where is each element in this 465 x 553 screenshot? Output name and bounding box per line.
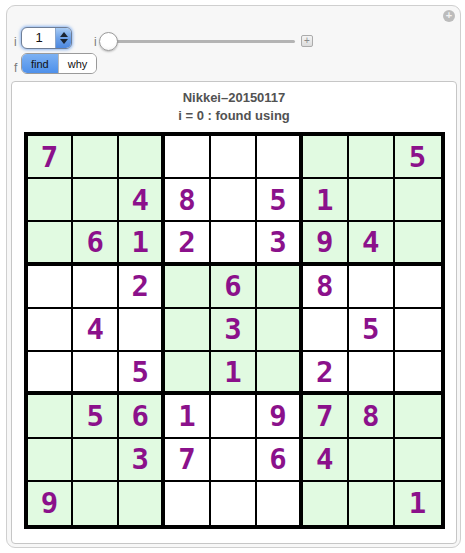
stepper-label: i [14,35,17,49]
sudoku-cell-r3c1 [28,222,74,265]
sudoku-cell-r5c5: 3 [211,309,257,352]
sudoku-cell-r1c3 [119,136,165,179]
why-button[interactable]: why [58,54,97,73]
sudoku-cell-r1c8 [349,136,395,179]
stepper-value: 1 [22,28,56,48]
slider-expand-button[interactable]: + [301,35,313,47]
sudoku-cell-r3c7: 9 [303,222,349,265]
sudoku-cell-r6c4 [165,352,211,395]
sudoku-cell-r3c5 [211,222,257,265]
sudoku-cell-r8c5 [211,439,257,482]
sudoku-cell-r4c2 [73,266,119,309]
sudoku-cell-r3c4: 2 [165,222,211,265]
sudoku-cell-r2c4: 8 [165,179,211,222]
slider-track[interactable] [101,40,295,43]
sudoku-cell-r6c6 [257,352,303,395]
toggle-label: f [14,61,17,75]
sudoku-cell-r6c9 [395,352,441,395]
slider-label: i [94,35,97,49]
sudoku-cell-r1c9: 5 [395,136,441,179]
sudoku-cell-r9c8 [349,482,395,525]
sudoku-cell-r2c7: 1 [303,179,349,222]
sudoku-cell-r3c9 [395,222,441,265]
f-toggle: find why [21,53,97,74]
sudoku-cell-r7c8: 8 [349,395,395,438]
sudoku-cell-r7c7: 7 [303,395,349,438]
sudoku-cell-r6c1 [28,352,74,395]
sudoku-cell-r2c9 [395,179,441,222]
stepper-down-icon[interactable] [60,39,68,44]
puzzle-subtitle: i = 0 : found using [12,108,456,123]
sudoku-cell-r8c1 [28,439,74,482]
sudoku-cell-r6c2 [73,352,119,395]
sudoku-cell-r5c4 [165,309,211,352]
sudoku-cell-r9c2 [73,482,119,525]
sudoku-cell-r4c6 [257,266,303,309]
sudoku-cell-r7c2: 5 [73,395,119,438]
sudoku-cell-r1c6 [257,136,303,179]
sudoku-cell-r5c2: 4 [73,309,119,352]
sudoku-cell-r1c2 [73,136,119,179]
i-slider[interactable] [101,32,295,52]
sudoku-cell-r5c6 [257,309,303,352]
sudoku-cell-r5c9 [395,309,441,352]
sudoku-cell-r8c4: 7 [165,439,211,482]
puzzle-title: Nikkei–20150117 [12,90,456,105]
sudoku-cell-r3c8: 4 [349,222,395,265]
sudoku-cell-r3c3: 1 [119,222,165,265]
sudoku-cell-r1c5 [211,136,257,179]
manipulate-expand-icon[interactable]: + [443,10,455,22]
sudoku-cell-r7c1 [28,395,74,438]
sudoku-cell-r9c1: 9 [28,482,74,525]
sudoku-cell-r8c8 [349,439,395,482]
sudoku-cell-r6c7: 2 [303,352,349,395]
sudoku-cell-r5c8: 5 [349,309,395,352]
sudoku-cell-r2c8 [349,179,395,222]
sudoku-cell-r7c6: 9 [257,395,303,438]
sudoku-cell-r6c8 [349,352,395,395]
sudoku-cell-r8c3: 3 [119,439,165,482]
sudoku-cell-r5c3 [119,309,165,352]
stepper-arrows[interactable] [55,28,71,48]
sudoku-cell-r1c1: 7 [28,136,74,179]
sudoku-cell-r9c5 [211,482,257,525]
sudoku-cell-r4c5: 6 [211,266,257,309]
sudoku-cell-r2c1 [28,179,74,222]
output-panel: Nikkei–20150117 i = 0 : found using 7548… [11,81,457,544]
manipulate-panel: + i 1 i + f find why Nikkei–20150117 i =… [6,5,461,548]
sudoku-cell-r3c6: 3 [257,222,303,265]
sudoku-cell-r4c7: 8 [303,266,349,309]
slider-thumb[interactable] [99,32,118,51]
sudoku-cell-r1c7 [303,136,349,179]
sudoku-cell-r6c5: 1 [211,352,257,395]
sudoku-cell-r9c9: 1 [395,482,441,525]
sudoku-cell-r2c3: 4 [119,179,165,222]
sudoku-cell-r2c2 [73,179,119,222]
sudoku-cell-r8c6: 6 [257,439,303,482]
sudoku-cell-r3c2: 6 [73,222,119,265]
sudoku-cell-r4c4 [165,266,211,309]
sudoku-cell-r6c3: 5 [119,352,165,395]
find-button[interactable]: find [22,54,58,73]
i-stepper[interactable]: 1 [21,27,72,49]
sudoku-cell-r8c2 [73,439,119,482]
sudoku-board: 754851612394268435512561978376491 [24,132,445,529]
sudoku-cell-r7c4: 1 [165,395,211,438]
sudoku-cell-r9c6 [257,482,303,525]
sudoku-cell-r9c4 [165,482,211,525]
sudoku-cell-r7c5 [211,395,257,438]
sudoku-cell-r4c1 [28,266,74,309]
sudoku-cell-r8c7: 4 [303,439,349,482]
stepper-up-icon[interactable] [60,32,68,37]
sudoku-cell-r4c9 [395,266,441,309]
sudoku-cell-r4c8 [349,266,395,309]
sudoku-cell-r5c1 [28,309,74,352]
sudoku-cell-r2c6: 5 [257,179,303,222]
sudoku-cell-r9c7 [303,482,349,525]
sudoku-cell-r8c9 [395,439,441,482]
sudoku-cell-r7c9 [395,395,441,438]
sudoku-cell-r4c3: 2 [119,266,165,309]
sudoku-cell-r9c3 [119,482,165,525]
sudoku-cell-r7c3: 6 [119,395,165,438]
sudoku-cell-r2c5 [211,179,257,222]
sudoku-cell-r5c7 [303,309,349,352]
sudoku-cell-r1c4 [165,136,211,179]
